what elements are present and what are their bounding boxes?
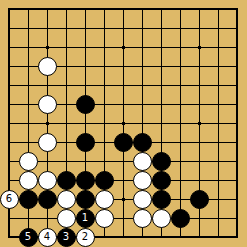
intersection[interactable] — [152, 114, 171, 133]
intersection[interactable] — [228, 133, 247, 152]
intersection[interactable] — [76, 171, 95, 190]
white-stone: 6 — [0, 190, 19, 209]
intersection[interactable] — [19, 19, 38, 38]
intersection[interactable] — [38, 38, 57, 57]
intersection[interactable] — [38, 19, 57, 38]
intersection[interactable] — [38, 114, 57, 133]
intersection[interactable] — [171, 209, 190, 228]
black-stone — [152, 190, 171, 209]
intersection[interactable] — [171, 95, 190, 114]
intersection[interactable] — [19, 171, 38, 190]
intersection[interactable] — [228, 57, 247, 76]
white-stone — [95, 209, 114, 228]
intersection[interactable] — [95, 209, 114, 228]
move-number-label: 1 — [82, 213, 88, 223]
black-stone: 1 — [76, 209, 95, 228]
white-stone — [38, 133, 57, 152]
intersection[interactable] — [152, 19, 171, 38]
intersection[interactable] — [95, 133, 114, 152]
intersection[interactable] — [0, 57, 19, 76]
intersection[interactable] — [171, 152, 190, 171]
intersection[interactable] — [133, 76, 152, 95]
intersection[interactable] — [95, 57, 114, 76]
intersection[interactable] — [95, 76, 114, 95]
board-intersections: 615432 — [0, 0, 247, 247]
intersection[interactable] — [209, 0, 228, 19]
intersection[interactable] — [95, 38, 114, 57]
intersection[interactable] — [228, 228, 247, 247]
intersection[interactable] — [228, 76, 247, 95]
black-stone — [190, 190, 209, 209]
intersection[interactable] — [152, 209, 171, 228]
intersection[interactable] — [95, 114, 114, 133]
intersection[interactable]: 4 — [38, 228, 57, 247]
intersection[interactable] — [190, 114, 209, 133]
intersection[interactable] — [19, 95, 38, 114]
intersection[interactable] — [152, 171, 171, 190]
intersection[interactable] — [114, 152, 133, 171]
intersection[interactable] — [0, 19, 19, 38]
black-stone — [152, 152, 171, 171]
white-stone — [19, 152, 38, 171]
intersection[interactable] — [171, 57, 190, 76]
intersection[interactable] — [38, 57, 57, 76]
white-stone — [38, 171, 57, 190]
intersection[interactable] — [190, 171, 209, 190]
black-stone — [114, 133, 133, 152]
white-stone — [133, 209, 152, 228]
white-stone — [19, 171, 38, 190]
intersection[interactable] — [0, 152, 19, 171]
move-number-label: 6 — [6, 194, 12, 204]
intersection[interactable] — [57, 190, 76, 209]
intersection[interactable] — [76, 38, 95, 57]
intersection[interactable] — [57, 19, 76, 38]
intersection[interactable] — [95, 228, 114, 247]
intersection[interactable] — [0, 133, 19, 152]
intersection[interactable]: 6 — [0, 190, 19, 209]
intersection[interactable] — [171, 171, 190, 190]
intersection[interactable] — [209, 95, 228, 114]
intersection[interactable] — [95, 190, 114, 209]
intersection[interactable] — [95, 95, 114, 114]
intersection[interactable] — [0, 209, 19, 228]
intersection[interactable] — [171, 38, 190, 57]
intersection[interactable] — [114, 0, 133, 19]
intersection[interactable] — [228, 0, 247, 19]
intersection[interactable] — [171, 133, 190, 152]
white-stone — [133, 190, 152, 209]
black-stone — [76, 95, 95, 114]
intersection[interactable] — [38, 171, 57, 190]
intersection[interactable] — [76, 19, 95, 38]
intersection[interactable] — [19, 114, 38, 133]
intersection[interactable] — [38, 133, 57, 152]
black-stone — [76, 133, 95, 152]
intersection[interactable] — [133, 57, 152, 76]
black-stone — [57, 171, 76, 190]
intersection[interactable] — [152, 0, 171, 19]
intersection[interactable] — [114, 38, 133, 57]
black-stone — [19, 190, 38, 209]
white-stone — [57, 209, 76, 228]
intersection[interactable] — [152, 190, 171, 209]
intersection[interactable] — [133, 114, 152, 133]
intersection[interactable] — [171, 76, 190, 95]
intersection[interactable] — [152, 57, 171, 76]
intersection[interactable] — [228, 171, 247, 190]
intersection[interactable] — [19, 152, 38, 171]
black-stone — [76, 171, 95, 190]
intersection[interactable] — [133, 228, 152, 247]
intersection[interactable] — [19, 57, 38, 76]
intersection[interactable] — [0, 0, 19, 19]
intersection[interactable] — [190, 190, 209, 209]
intersection[interactable] — [228, 152, 247, 171]
intersection[interactable] — [95, 19, 114, 38]
go-diagram: 615432 — [0, 0, 247, 247]
intersection[interactable] — [0, 228, 19, 247]
intersection[interactable] — [114, 57, 133, 76]
intersection[interactable] — [76, 133, 95, 152]
intersection[interactable] — [19, 133, 38, 152]
intersection[interactable] — [152, 76, 171, 95]
intersection[interactable] — [190, 209, 209, 228]
intersection[interactable] — [114, 228, 133, 247]
intersection[interactable] — [114, 190, 133, 209]
intersection[interactable] — [76, 190, 95, 209]
intersection[interactable] — [152, 152, 171, 171]
intersection[interactable] — [76, 95, 95, 114]
black-stone: 3 — [57, 228, 76, 247]
intersection[interactable] — [190, 228, 209, 247]
black-stone — [133, 133, 152, 152]
intersection[interactable] — [209, 152, 228, 171]
intersection[interactable] — [228, 209, 247, 228]
intersection[interactable] — [57, 95, 76, 114]
intersection[interactable] — [38, 152, 57, 171]
intersection[interactable]: 3 — [57, 228, 76, 247]
intersection[interactable] — [38, 95, 57, 114]
intersection[interactable] — [0, 38, 19, 57]
intersection[interactable] — [209, 133, 228, 152]
intersection[interactable] — [152, 38, 171, 57]
intersection[interactable] — [209, 19, 228, 38]
intersection[interactable] — [57, 76, 76, 95]
move-number-label: 4 — [44, 232, 50, 242]
intersection[interactable] — [95, 171, 114, 190]
intersection[interactable] — [57, 0, 76, 19]
intersection[interactable] — [76, 152, 95, 171]
move-number-label: 3 — [63, 232, 69, 242]
white-stone: 2 — [76, 228, 95, 247]
intersection[interactable] — [190, 19, 209, 38]
intersection[interactable] — [190, 57, 209, 76]
intersection[interactable] — [57, 209, 76, 228]
intersection[interactable] — [95, 152, 114, 171]
intersection[interactable]: 1 — [76, 209, 95, 228]
white-stone: 4 — [38, 228, 57, 247]
intersection[interactable] — [57, 133, 76, 152]
intersection[interactable] — [209, 114, 228, 133]
intersection[interactable] — [228, 95, 247, 114]
intersection[interactable] — [19, 76, 38, 95]
intersection[interactable] — [114, 133, 133, 152]
white-stone — [38, 57, 57, 76]
intersection[interactable] — [133, 0, 152, 19]
intersection[interactable] — [133, 19, 152, 38]
intersection[interactable] — [228, 190, 247, 209]
intersection[interactable] — [19, 209, 38, 228]
intersection[interactable] — [190, 76, 209, 95]
black-stone — [76, 190, 95, 209]
intersection[interactable] — [171, 19, 190, 38]
intersection[interactable] — [171, 0, 190, 19]
intersection[interactable] — [209, 57, 228, 76]
black-stone — [95, 171, 114, 190]
intersection[interactable] — [76, 0, 95, 19]
intersection[interactable] — [209, 209, 228, 228]
intersection[interactable] — [57, 57, 76, 76]
move-number-label: 5 — [25, 232, 31, 242]
intersection[interactable] — [76, 57, 95, 76]
white-stone — [152, 209, 171, 228]
intersection[interactable] — [57, 114, 76, 133]
intersection[interactable] — [228, 38, 247, 57]
intersection[interactable] — [152, 95, 171, 114]
intersection[interactable] — [38, 76, 57, 95]
intersection[interactable] — [0, 114, 19, 133]
intersection[interactable] — [152, 133, 171, 152]
intersection[interactable] — [57, 38, 76, 57]
black-stone: 5 — [19, 228, 38, 247]
intersection[interactable] — [76, 114, 95, 133]
intersection[interactable] — [228, 114, 247, 133]
intersection[interactable] — [190, 38, 209, 57]
intersection[interactable] — [95, 0, 114, 19]
intersection[interactable] — [114, 19, 133, 38]
intersection[interactable] — [171, 114, 190, 133]
intersection[interactable] — [190, 133, 209, 152]
intersection[interactable] — [114, 209, 133, 228]
intersection[interactable] — [38, 209, 57, 228]
intersection[interactable] — [133, 152, 152, 171]
intersection[interactable] — [19, 0, 38, 19]
intersection[interactable] — [209, 171, 228, 190]
intersection[interactable] — [133, 171, 152, 190]
intersection[interactable] — [190, 0, 209, 19]
intersection[interactable] — [171, 228, 190, 247]
intersection[interactable] — [114, 95, 133, 114]
intersection[interactable] — [190, 152, 209, 171]
black-stone — [171, 209, 190, 228]
intersection[interactable] — [76, 76, 95, 95]
intersection[interactable] — [209, 76, 228, 95]
intersection[interactable] — [133, 95, 152, 114]
intersection[interactable] — [0, 95, 19, 114]
intersection[interactable] — [228, 19, 247, 38]
intersection[interactable] — [209, 38, 228, 57]
white-stone — [133, 152, 152, 171]
black-stone — [152, 171, 171, 190]
intersection[interactable] — [133, 38, 152, 57]
intersection[interactable] — [171, 190, 190, 209]
intersection[interactable] — [0, 76, 19, 95]
intersection[interactable] — [209, 228, 228, 247]
white-stone — [133, 171, 152, 190]
intersection[interactable] — [114, 171, 133, 190]
intersection[interactable] — [133, 190, 152, 209]
intersection[interactable] — [38, 0, 57, 19]
intersection[interactable] — [0, 171, 19, 190]
intersection[interactable] — [19, 38, 38, 57]
intersection[interactable] — [152, 228, 171, 247]
white-stone — [38, 95, 57, 114]
intersection[interactable] — [57, 171, 76, 190]
intersection[interactable] — [133, 133, 152, 152]
intersection[interactable] — [209, 190, 228, 209]
intersection[interactable] — [57, 152, 76, 171]
intersection[interactable] — [19, 190, 38, 209]
intersection[interactable] — [114, 114, 133, 133]
move-number-label: 2 — [82, 232, 88, 242]
intersection[interactable]: 5 — [19, 228, 38, 247]
intersection[interactable] — [133, 209, 152, 228]
white-stone — [57, 190, 76, 209]
white-stone — [95, 190, 114, 209]
black-stone — [38, 190, 57, 209]
intersection[interactable]: 2 — [76, 228, 95, 247]
intersection[interactable] — [38, 190, 57, 209]
intersection[interactable] — [114, 76, 133, 95]
intersection[interactable] — [190, 95, 209, 114]
